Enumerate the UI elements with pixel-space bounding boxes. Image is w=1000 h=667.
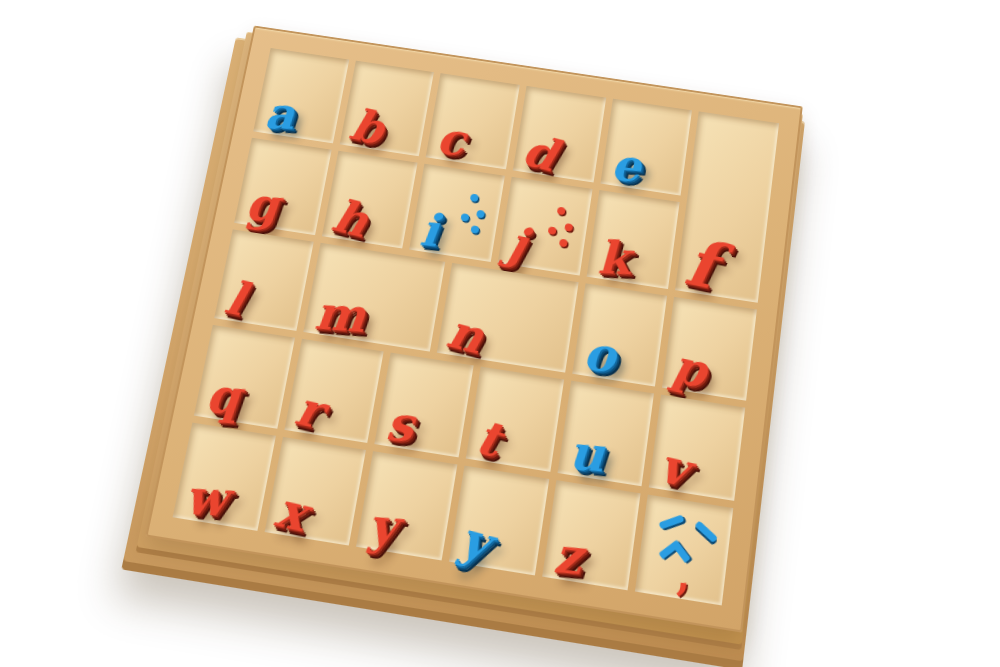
letter-dot-i[interactable] [460,213,469,222]
compartment-l[interactable]: l [214,230,313,331]
compartment-g[interactable]: g [234,137,331,235]
compartment-p[interactable]: p [662,297,757,400]
letter-dot-i[interactable] [476,210,485,219]
letter-dot-i[interactable] [471,225,480,234]
letter-piece-y-blue[interactable]: y [456,517,494,565]
letter-piece-w-red[interactable]: w [183,476,229,520]
compartment-o[interactable]: o [572,283,668,386]
compartment-k[interactable]: k [586,190,680,290]
compartment-z[interactable]: z [542,480,641,590]
compartment-c[interactable]: c [426,73,520,169]
letter-piece-c-red[interactable]: c [435,120,467,159]
compartment-j[interactable]: j [498,176,593,275]
compartment-f[interactable]: f [675,111,779,303]
letter-piece-e-blue[interactable]: e [610,146,641,185]
letter-piece-k-red[interactable]: k [597,239,630,278]
letter-piece-o-blue[interactable]: o [582,334,617,376]
letter-piece-s-red[interactable]: s [385,404,416,446]
letter-piece-x-red[interactable]: x [272,488,311,535]
grave-icon [695,520,719,543]
compartment-s[interactable]: s [375,352,474,457]
compartment-x[interactable]: x [264,437,366,545]
letter-piece-p-red[interactable]: p [669,345,710,392]
letter-piece-q-red[interactable]: q [204,376,241,418]
letter-piece-d-red[interactable]: d [519,131,561,175]
letter-piece-r-red[interactable]: r [291,388,326,433]
letter-piece-h-red[interactable]: h [328,196,372,241]
letter-piece-a-blue[interactable]: a [264,95,296,132]
letter-piece-j-red[interactable]: j [504,223,530,264]
compartment-u[interactable]: u [557,380,654,486]
letter-piece-i-blue[interactable]: i [419,211,441,251]
compartment-n[interactable]: n [437,263,578,372]
compartment-y[interactable]: y [449,466,549,575]
compartment-t[interactable]: t [466,366,564,472]
letter-dot-j[interactable] [548,226,557,235]
compartment-m[interactable]: m [303,243,445,351]
product-photo-canvas: abcdefghijklmnopqrstuvwxyyz, [0,0,1000,667]
letter-piece-z-red[interactable]: z [552,534,583,579]
compartment-accents[interactable]: , [635,495,733,605]
compartment-r[interactable]: r [284,339,384,444]
compartment-grid: abcdefghijklmnopqrstuvwxyyz, [173,48,780,605]
letter-piece-u-blue[interactable]: u [567,432,605,476]
compartment-d[interactable]: d [513,86,606,182]
compartment-v[interactable]: v [649,394,745,501]
acute-icon [658,514,684,529]
alphabet-box-scene: abcdefghijklmnopqrstuvwxyyz, [145,26,802,633]
alphabet-box-frame: abcdefghijklmnopqrstuvwxyyz, [145,26,802,633]
letter-piece-g-red[interactable]: g [244,186,280,225]
accent-piece-grave[interactable] [695,520,719,543]
compartment-q[interactable]: q [194,325,295,429]
letter-piece-l-red[interactable]: l [222,277,250,319]
accent-piece-acute[interactable] [658,514,684,529]
letter-piece-v-red[interactable]: v [656,445,692,492]
letter-piece-b-red[interactable]: b [346,105,387,148]
compartment-w[interactable]: w [173,423,276,531]
letter-dot-j[interactable] [559,239,568,248]
letter-piece-n-red[interactable]: n [444,311,488,358]
letter-piece-m-red[interactable]: m [313,293,367,335]
accent-piece-comma[interactable]: , [675,565,690,593]
letter-dot-j[interactable] [557,206,566,215]
compartment-b[interactable]: b [339,61,434,156]
comma-icon: , [675,548,690,598]
letter-piece-y-red[interactable]: y [367,505,399,549]
letter-dot-i[interactable] [469,193,478,202]
compartment-e[interactable]: e [600,99,692,196]
compartment-y[interactable]: y [356,452,457,561]
letter-dot-j[interactable] [564,223,573,232]
compartment-a[interactable]: a [253,48,349,143]
letter-piece-t-red[interactable]: t [472,416,505,461]
compartment-h[interactable]: h [322,150,418,248]
compartment-i[interactable]: i [409,163,505,262]
letter-piece-f-red[interactable]: f [682,235,721,294]
